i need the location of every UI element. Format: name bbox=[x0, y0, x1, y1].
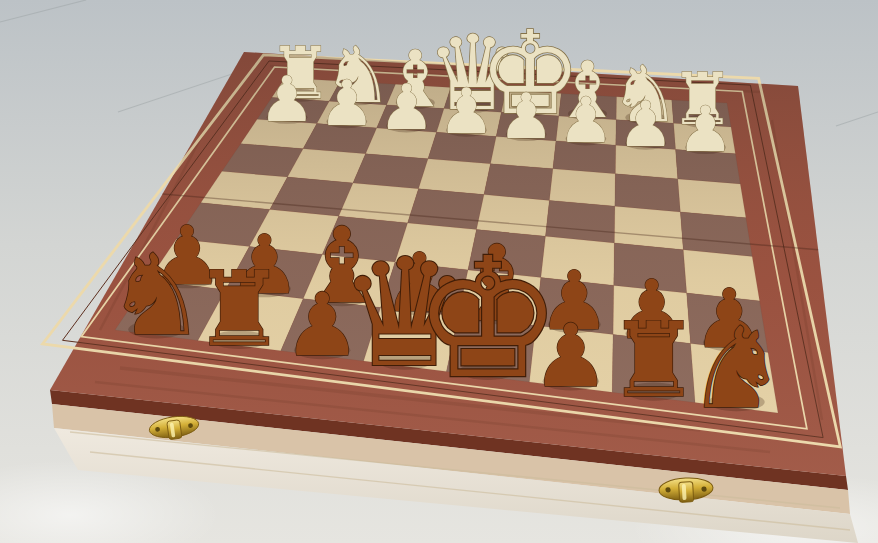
black-rook-g8[interactable]: ♜ bbox=[607, 300, 700, 420]
square-f4[interactable] bbox=[549, 169, 615, 206]
square-h4[interactable] bbox=[678, 179, 746, 218]
square-g5[interactable] bbox=[614, 206, 683, 250]
square-c4[interactable] bbox=[353, 154, 428, 189]
black-knight-a8[interactable]: ♞ bbox=[106, 230, 206, 360]
square-d4[interactable] bbox=[419, 159, 491, 195]
square-g4[interactable] bbox=[615, 174, 681, 212]
white-pawn-c2[interactable]: ♟ bbox=[378, 71, 434, 144]
black-rook-b8[interactable]: ♜ bbox=[193, 249, 286, 369]
white-pawn-b2[interactable]: ♟ bbox=[319, 67, 375, 140]
white-pawn-a2[interactable]: ♟ bbox=[259, 63, 315, 136]
white-pawn-f2[interactable]: ♟ bbox=[558, 84, 614, 157]
white-pawn-d2[interactable]: ♟ bbox=[438, 75, 494, 148]
black-pawn-f8[interactable]: ♟ bbox=[532, 305, 610, 407]
square-e4[interactable] bbox=[484, 164, 553, 201]
square-h5[interactable] bbox=[680, 212, 752, 257]
white-pawn-g2[interactable]: ♟ bbox=[618, 88, 674, 161]
black-knight-h8[interactable]: ♞ bbox=[686, 303, 786, 433]
chess-board: ♜♞♝♛♚♝♞♜♟♟♟♟♟♟♟♟♟♟♝♟♝♟♟♟♞♜♟♛♚♟♜♞ bbox=[0, 0, 878, 543]
white-pawn-h2[interactable]: ♟ bbox=[677, 93, 733, 166]
white-pawn-e2[interactable]: ♟ bbox=[498, 80, 554, 153]
chessboard-photo-scene: ♜♞♝♛♚♝♞♜♟♟♟♟♟♟♟♟♟♟♝♟♝♟♟♟♞♜♟♛♚♟♜♞ bbox=[0, 0, 878, 543]
